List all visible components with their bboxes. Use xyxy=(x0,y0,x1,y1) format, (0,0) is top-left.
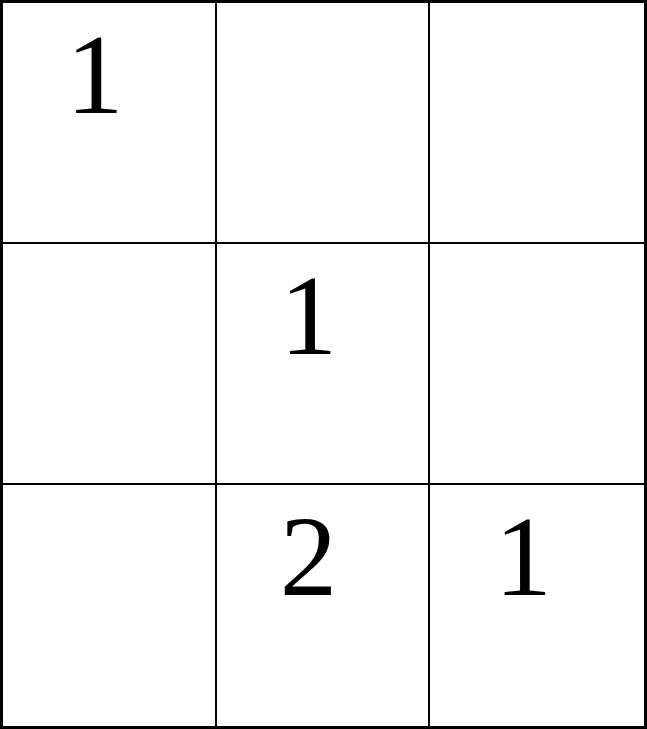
puzzle-board: 1 1 2 1 xyxy=(0,0,647,729)
cell-r0c0[interactable]: 1 xyxy=(3,3,217,244)
cell-r0c2[interactable] xyxy=(430,3,644,244)
cell-value: 1 xyxy=(494,499,552,614)
cell-r1c0[interactable] xyxy=(3,244,217,485)
cell-r2c0[interactable] xyxy=(3,485,217,726)
cell-r0c1[interactable] xyxy=(217,3,431,244)
cell-r2c2[interactable]: 1 xyxy=(430,485,644,726)
cell-value: 1 xyxy=(280,258,338,373)
cell-r1c2[interactable] xyxy=(430,244,644,485)
cell-r2c1[interactable]: 2 xyxy=(217,485,431,726)
cell-r1c1[interactable]: 1 xyxy=(217,244,431,485)
cell-value: 1 xyxy=(66,17,124,132)
cell-value: 2 xyxy=(280,499,338,614)
